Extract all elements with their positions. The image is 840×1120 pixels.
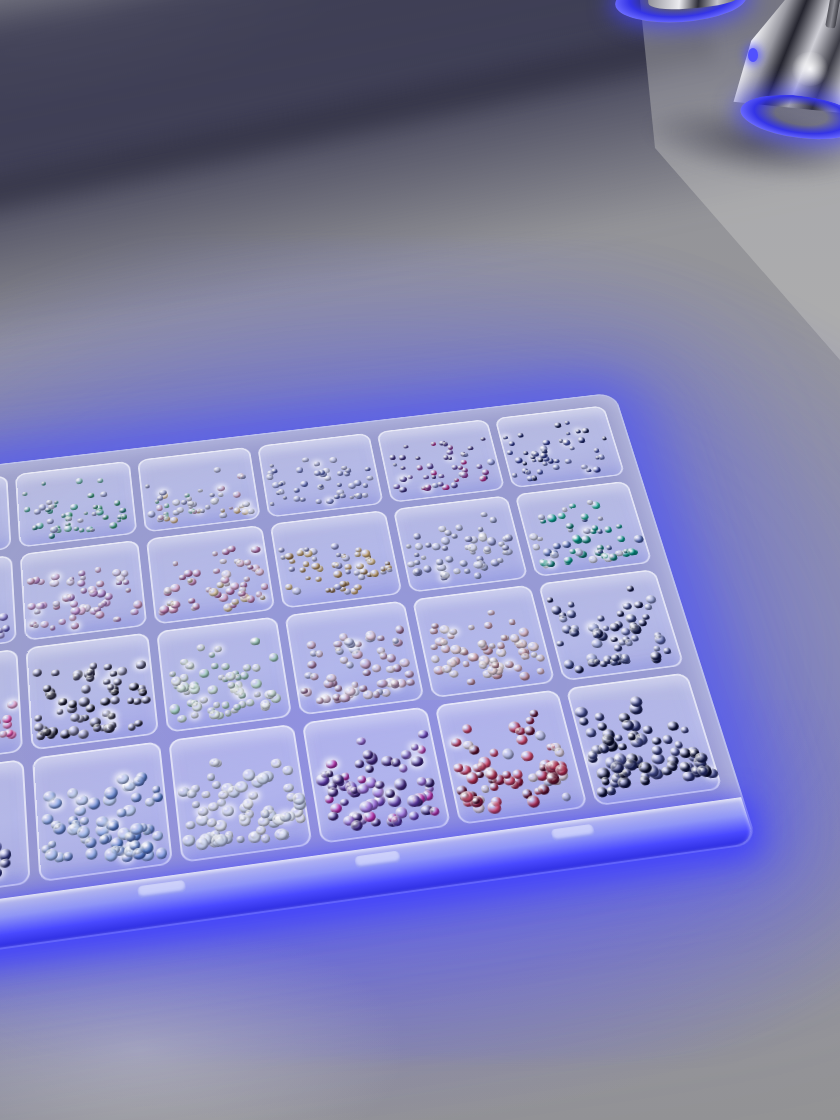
rhinestone [333,570,343,578]
rhinestone [152,830,164,841]
rhinestone [99,834,109,845]
rhinestone [603,526,612,533]
rhinestone [426,463,434,469]
rhinestone [503,436,508,440]
rhinestone [282,765,293,776]
rhinestone [461,452,468,457]
rhinestone [176,507,184,514]
rhinestone [201,790,210,798]
rhinestone [307,641,317,650]
rhinestone [341,466,347,470]
rhinestone [213,568,221,574]
rhinestone [103,723,115,734]
compartment-r1c5 [377,419,506,503]
compartment-r3c1 [0,649,23,769]
rhinestone [504,660,515,668]
rhinestone [403,445,408,449]
rhinestone [593,448,600,453]
compartment-r1c3 [137,447,261,533]
rhinestone [577,437,585,443]
rhinestone [133,775,146,786]
rhinestone [525,716,535,724]
rhinestone [278,547,285,553]
rhinestone [566,609,577,618]
rhinestone [309,672,319,681]
rhinestone [377,635,385,642]
rhinestone [66,517,72,522]
rhinestone [188,598,195,604]
rhinestone [626,614,637,623]
rhinestone [423,565,433,573]
rhinestone [536,668,545,675]
rhinestone [508,619,516,626]
rhinestone [387,568,393,573]
rhinestone [197,806,209,816]
rhinestone [556,641,564,647]
rhinestone [489,517,497,523]
rhinestone [212,781,221,790]
rhinestone [190,712,199,719]
rhinestone [77,580,86,588]
rhinestone [525,470,532,475]
rhinestone [542,439,550,445]
rhinestone [536,654,546,662]
rhinestone [97,478,104,483]
rhinestone [413,559,421,565]
rhinestone [51,669,59,676]
rhinestone [582,428,590,433]
rhinestone [370,570,379,578]
rhinestone [459,560,468,568]
rhinestone [121,570,129,577]
rhinestone [34,609,41,615]
rhinestone [250,678,262,689]
photo-scene [0,0,840,1120]
rhinestone [172,561,178,566]
compartment-r2c5 [393,495,528,593]
rhinestone [299,567,306,573]
rhinestone [242,501,250,507]
rhinestone [94,567,101,574]
rhinestone [270,758,282,769]
compartment-r4c4 [302,707,451,844]
rhinestone [246,595,255,603]
rhinestone [345,569,351,574]
rhinestone [209,652,216,658]
rhinestone [236,835,245,843]
rhinestone [445,556,454,563]
rhinestone [357,574,365,581]
rhinestone [312,556,318,562]
rhinestone [468,745,480,756]
rhinestone [59,698,68,706]
rhinestone [104,848,119,863]
rhinestone [362,669,371,677]
rhinestone [447,445,454,450]
rhinestone [89,662,97,670]
rhinestone [188,683,200,694]
rhinestone [163,516,170,522]
rhinestone [586,500,593,506]
rhinestone [561,507,568,512]
rhinestone [156,504,164,511]
rhinestone [340,798,350,806]
rhinestone [130,792,142,803]
rhinestone [198,489,203,493]
rhinestone [374,780,385,789]
rhinestone [90,528,95,532]
rhinestone [116,580,122,585]
rhinestone [463,568,471,574]
rhinestone [531,458,537,462]
rhinestone [406,679,415,687]
rhinestone [7,700,18,710]
rhinestone [117,808,127,817]
rhinestone [103,663,112,671]
rhinestone [53,822,66,835]
rhinestone [225,672,235,681]
rhinestone [488,748,498,757]
rhinestone [50,579,60,587]
rhinestone [467,679,476,686]
rhinestone [563,659,575,669]
rhinestone [270,502,275,506]
rhinestone [386,653,397,663]
rhinestone [542,462,548,466]
rhinestone [440,644,451,653]
rhinestone [633,535,645,544]
rhinestone [213,467,221,473]
rhinestone [266,474,274,481]
rhinestone [254,691,261,697]
rhinestone [610,636,618,642]
rhinestone [440,536,450,545]
rhinestone [64,525,72,532]
rhinestone [74,806,86,817]
rhinestone [73,527,78,532]
rhinestone [457,466,463,470]
rhinestone [41,481,46,485]
rhinestone [24,507,30,513]
rhinestone [325,759,337,769]
rhinestone [562,439,571,446]
rhinestone [214,833,228,847]
rhinestone [614,734,623,742]
rhinestone [85,837,97,849]
rhinestone [96,580,105,588]
rhinestone [32,525,37,530]
rhinestone [192,569,201,577]
rhinestone [520,750,534,762]
rhinestone [66,578,74,586]
rhinestone [454,478,459,482]
rhinestone [210,498,218,505]
rhinestone [306,660,317,669]
rhinestone [398,455,406,461]
rhinestone [233,507,241,514]
rhinestone [300,480,308,487]
rhinestone [564,421,570,425]
rhinestone [552,464,560,470]
rhinestone [451,533,458,539]
compartment-r3c5 [412,585,555,699]
rhinestone [365,765,375,774]
rhinestone [199,508,204,513]
rhinestone [34,509,41,515]
rhinestone [159,605,170,614]
rhinestone [134,720,143,728]
rhinestone [238,814,251,827]
rhinestone [191,701,202,712]
rhinestone [680,726,690,734]
rhinestone [102,514,109,520]
rhinestone [0,868,2,879]
rhinestone [155,847,167,860]
compartment-r3c3 [156,616,293,733]
rhinestone [450,738,462,747]
rhinestone [32,668,42,677]
rhinestone [234,780,249,793]
rhinestone [501,747,515,759]
rhinestone [431,622,440,629]
rhinestone [115,617,121,622]
rhinestone [371,664,382,673]
rhinestone [353,584,362,591]
rhinestone [170,601,180,610]
rhinestone [483,622,492,630]
compartment-r4c6 [566,673,723,807]
rhinestone [333,562,342,569]
rhinestone [113,678,122,686]
rhinestone [218,790,229,800]
rhinestone [329,457,337,463]
rhinestone [152,792,163,802]
rhinestone [243,664,252,672]
rhinestone [477,527,483,532]
compartment-r3c6 [538,569,685,681]
rhinestone [546,597,554,603]
rhinestone [362,483,368,488]
rhinestone [563,556,573,563]
rhinestone [34,715,42,722]
rhinestone [420,555,427,560]
rhinestone [408,811,420,821]
rhinestone [49,625,55,631]
rhinestone [326,498,335,504]
rhinestone [54,500,59,504]
rhinestone [554,422,562,428]
rhinestone [120,514,127,520]
rhinestone [389,455,396,461]
rhinestone [87,493,94,499]
compartment-r1c4 [257,433,384,518]
rhinestone [460,472,469,479]
rhinestone [522,451,528,456]
rhinestone [477,640,486,648]
rhinestone [413,552,420,558]
rhinestone [27,603,35,611]
rhinestone [315,650,324,658]
rhinestone [617,743,627,752]
rhinestone [334,685,342,693]
rhinestone [557,512,566,519]
rhinestone [651,737,662,746]
rhinestone [400,466,405,470]
rhinestone [339,580,347,587]
rhinestone [416,465,424,471]
rhinestone [71,622,80,629]
rhinestone [586,468,592,472]
rhinestone [480,512,488,518]
compartment-r4c5 [435,689,588,824]
rhinestone [231,598,239,605]
rhinestone [208,802,219,812]
rhinestone [141,696,151,704]
desk-highlight-bottomleft [0,920,400,1120]
rhinestone [415,456,420,460]
rhinestone [327,811,339,822]
rhinestone [147,511,155,519]
rhinestone [642,725,653,734]
rhinestone [473,572,482,579]
rhinestone [220,559,227,565]
rhinestone [467,543,478,552]
rhinestone [667,721,680,731]
compartment-r1c2 [15,461,137,548]
rhinestone [157,496,163,501]
rhinestone [399,476,408,482]
rhinestone [246,699,256,707]
rhinestone [48,504,54,509]
rhinestone [569,549,576,554]
compartment-r4c1 [0,759,30,902]
uv-lamp-foot-right-blue-reflection [748,48,758,62]
rhinestone [114,500,121,506]
rhinestone [362,492,369,497]
rhinestone [616,776,632,789]
rhinestone [22,491,28,496]
rhinestone [662,735,674,745]
rhinestone [268,653,278,662]
rhinestone [109,522,117,529]
compartment-r1c1 [0,475,11,563]
rhinestone [87,797,101,810]
rhinestone [653,634,666,645]
rhinestone [81,684,91,694]
rhinestone [100,697,111,706]
rhinestone [526,794,541,808]
compartment-r3c4 [285,600,425,715]
rhinestone [238,691,247,698]
rhinestone [192,510,197,514]
rhinestone [486,537,497,546]
rhinestone [315,498,322,503]
rhinestone [644,604,653,611]
rhinestone [558,615,567,622]
rhinestone [130,608,139,615]
rhinestone [192,603,200,610]
rhinestone [354,759,365,769]
rhinestone [372,691,380,699]
rhinestone [608,553,618,560]
rhinestone [183,569,193,577]
rhinestone [355,493,363,500]
rhinestone [80,588,87,595]
rhinestone [48,840,56,848]
rhinestone [455,524,464,531]
rhinestone [233,491,241,498]
rhinestone [460,649,469,656]
rhinestone [394,625,404,634]
rhinestone [76,795,89,806]
rhinestone [417,730,428,739]
rhinestone [79,816,89,826]
rhinestone [364,467,370,471]
rhinestone [616,610,625,617]
rhinestone [296,466,304,473]
rhinestone [252,664,261,672]
rhinestone [633,601,643,609]
rhinestone [407,475,413,479]
rhinestone [366,475,374,481]
rhinestone [182,834,196,847]
rhinestone [376,679,388,689]
rhinestone [277,482,283,487]
rhinestone [585,728,596,738]
rhinestone [0,858,10,868]
rhinestone [63,851,73,861]
rhinestone [336,483,342,488]
rhinestone [461,724,473,734]
rhinestone [431,475,436,479]
rhinestone [507,450,514,455]
rhinestone [453,763,464,772]
rhinestone [117,666,128,676]
rhinestone [110,696,120,705]
rhinestone [414,543,423,551]
compartment-r1c6 [495,405,626,488]
rhinestone [217,486,225,492]
rhinestone [294,488,300,493]
rhinestone [110,671,117,677]
rhinestone [196,644,205,652]
rhinestone [565,432,571,436]
rhinestone [248,792,258,801]
rhinestone [79,528,85,533]
rhinestone [534,730,547,741]
rhinestone [2,624,10,632]
rhinestone [453,568,461,575]
rhinestone [531,475,538,481]
rhinestone [522,461,527,465]
rhinestone [302,457,309,462]
rhinestone [462,661,470,668]
rhinestone [288,566,295,572]
rhinestone [185,820,196,830]
rhinestone [598,454,605,460]
rhinestone [341,554,350,562]
rhinestone [497,558,504,564]
rhinestone [645,594,657,604]
rhinestone [315,577,322,583]
rhinestone [438,474,444,479]
rhinestone [247,509,255,515]
rhinestone [260,595,266,600]
rhinestone [48,798,62,810]
rhinestone [244,576,251,582]
rhinestone [532,544,540,551]
rhinestone [177,715,187,724]
